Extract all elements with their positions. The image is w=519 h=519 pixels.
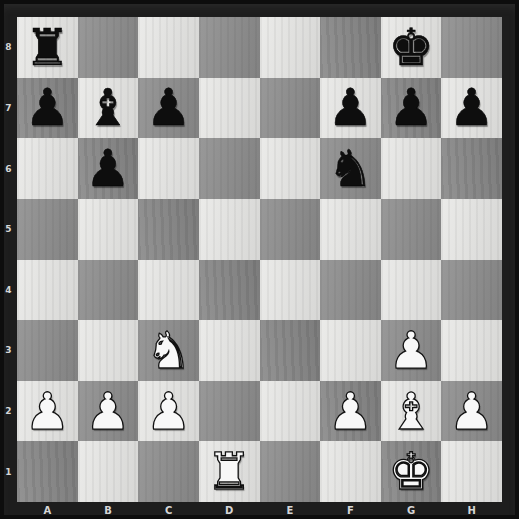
rank-label-4: 4 xyxy=(0,260,17,321)
rank-label-6: 6 xyxy=(0,138,17,199)
square-e4[interactable] xyxy=(260,260,321,321)
square-a2[interactable]: ♟ xyxy=(17,381,78,442)
file-label-a: A xyxy=(17,502,78,519)
square-h5[interactable] xyxy=(441,199,502,260)
square-a5[interactable] xyxy=(17,199,78,260)
piece-black-pawn[interactable]: ♟ xyxy=(85,143,131,194)
square-e6[interactable] xyxy=(260,138,321,199)
piece-black-king[interactable]: ♚ xyxy=(388,22,434,73)
square-b6[interactable]: ♟ xyxy=(78,138,139,199)
piece-white-knight[interactable]: ♞ xyxy=(146,325,192,376)
rank-label-3: 3 xyxy=(0,320,17,381)
piece-white-pawn[interactable]: ♟ xyxy=(24,386,70,437)
square-c4[interactable] xyxy=(138,260,199,321)
square-h8[interactable] xyxy=(441,17,502,78)
rank-label-7: 7 xyxy=(0,78,17,139)
square-d5[interactable] xyxy=(199,199,260,260)
square-b3[interactable] xyxy=(78,320,139,381)
square-h7[interactable]: ♟ xyxy=(441,78,502,139)
rank-label-1: 1 xyxy=(0,441,17,502)
square-e5[interactable] xyxy=(260,199,321,260)
rank-label-2: 2 xyxy=(0,381,17,442)
piece-white-bishop[interactable]: ♝ xyxy=(388,386,434,437)
square-c8[interactable] xyxy=(138,17,199,78)
square-g3[interactable]: ♟ xyxy=(381,320,442,381)
square-c6[interactable] xyxy=(138,138,199,199)
piece-black-knight[interactable]: ♞ xyxy=(328,143,374,194)
square-c2[interactable]: ♟ xyxy=(138,381,199,442)
square-b1[interactable] xyxy=(78,441,139,502)
square-g4[interactable] xyxy=(381,260,442,321)
file-label-c: C xyxy=(138,502,199,519)
square-h1[interactable] xyxy=(441,441,502,502)
square-g6[interactable] xyxy=(381,138,442,199)
square-c5[interactable] xyxy=(138,199,199,260)
square-g2[interactable]: ♝ xyxy=(381,381,442,442)
square-c3[interactable]: ♞ xyxy=(138,320,199,381)
piece-black-bishop[interactable]: ♝ xyxy=(85,82,131,133)
square-a8[interactable]: ♜ xyxy=(17,17,78,78)
square-a7[interactable]: ♟ xyxy=(17,78,78,139)
square-e2[interactable] xyxy=(260,381,321,442)
square-e7[interactable] xyxy=(260,78,321,139)
piece-white-king[interactable]: ♚ xyxy=(388,446,434,497)
square-a3[interactable] xyxy=(17,320,78,381)
square-g7[interactable]: ♟ xyxy=(381,78,442,139)
file-label-b: B xyxy=(78,502,139,519)
chess-board-frame: 87654321 ♜♚♟♝♟♟♟♟♟♞♞♟♟♟♟♟♝♟♜♚ ABCDEFGH xyxy=(0,0,519,519)
square-f4[interactable] xyxy=(320,260,381,321)
square-f5[interactable] xyxy=(320,199,381,260)
square-b2[interactable]: ♟ xyxy=(78,381,139,442)
file-labels: ABCDEFGH xyxy=(17,502,502,519)
piece-white-pawn[interactable]: ♟ xyxy=(449,386,495,437)
square-h4[interactable] xyxy=(441,260,502,321)
square-g5[interactable] xyxy=(381,199,442,260)
piece-black-rook[interactable]: ♜ xyxy=(24,22,70,73)
square-b8[interactable] xyxy=(78,17,139,78)
square-d7[interactable] xyxy=(199,78,260,139)
square-c7[interactable]: ♟ xyxy=(138,78,199,139)
file-label-d: D xyxy=(199,502,260,519)
piece-black-pawn[interactable]: ♟ xyxy=(24,82,70,133)
piece-white-pawn[interactable]: ♟ xyxy=(328,386,374,437)
square-f2[interactable]: ♟ xyxy=(320,381,381,442)
square-a4[interactable] xyxy=(17,260,78,321)
rank-labels: 87654321 xyxy=(0,17,17,502)
square-b4[interactable] xyxy=(78,260,139,321)
square-g8[interactable]: ♚ xyxy=(381,17,442,78)
square-f6[interactable]: ♞ xyxy=(320,138,381,199)
square-d2[interactable] xyxy=(199,381,260,442)
square-h2[interactable]: ♟ xyxy=(441,381,502,442)
piece-black-pawn[interactable]: ♟ xyxy=(449,82,495,133)
piece-black-pawn[interactable]: ♟ xyxy=(328,82,374,133)
square-h3[interactable] xyxy=(441,320,502,381)
piece-white-pawn[interactable]: ♟ xyxy=(85,386,131,437)
square-d6[interactable] xyxy=(199,138,260,199)
chess-board[interactable]: ♜♚♟♝♟♟♟♟♟♞♞♟♟♟♟♟♝♟♜♚ xyxy=(17,17,502,502)
square-a1[interactable] xyxy=(17,441,78,502)
file-label-f: F xyxy=(320,502,381,519)
square-g1[interactable]: ♚ xyxy=(381,441,442,502)
square-f1[interactable] xyxy=(320,441,381,502)
square-d8[interactable] xyxy=(199,17,260,78)
square-b5[interactable] xyxy=(78,199,139,260)
square-e1[interactable] xyxy=(260,441,321,502)
square-a6[interactable] xyxy=(17,138,78,199)
piece-white-pawn[interactable]: ♟ xyxy=(388,325,434,376)
piece-black-pawn[interactable]: ♟ xyxy=(388,82,434,133)
file-label-h: H xyxy=(441,502,502,519)
file-label-g: G xyxy=(381,502,442,519)
rank-label-5: 5 xyxy=(0,199,17,260)
square-d4[interactable] xyxy=(199,260,260,321)
rank-label-8: 8 xyxy=(0,17,17,78)
square-e3[interactable] xyxy=(260,320,321,381)
square-b7[interactable]: ♝ xyxy=(78,78,139,139)
square-e8[interactable] xyxy=(260,17,321,78)
piece-white-rook[interactable]: ♜ xyxy=(206,446,252,497)
square-f3[interactable] xyxy=(320,320,381,381)
square-c1[interactable] xyxy=(138,441,199,502)
square-f7[interactable]: ♟ xyxy=(320,78,381,139)
square-f8[interactable] xyxy=(320,17,381,78)
square-h6[interactable] xyxy=(441,138,502,199)
square-d3[interactable] xyxy=(199,320,260,381)
piece-black-pawn[interactable]: ♟ xyxy=(146,82,192,133)
piece-white-pawn[interactable]: ♟ xyxy=(146,386,192,437)
file-label-e: E xyxy=(260,502,321,519)
square-d1[interactable]: ♜ xyxy=(199,441,260,502)
